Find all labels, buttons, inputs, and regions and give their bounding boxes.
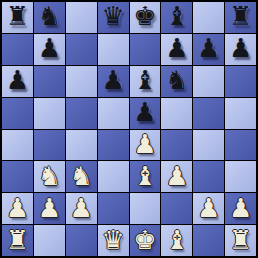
black-king: ♚: [133, 3, 156, 29]
white-pawn: ♟: [6, 195, 29, 221]
black-rook: ♜: [6, 3, 29, 29]
square-d5[interactable]: [98, 98, 129, 129]
square-b4[interactable]: [34, 130, 65, 161]
square-f6[interactable]: ♞: [161, 66, 192, 97]
black-pawn: ♟: [6, 67, 29, 93]
square-d6[interactable]: ♟: [98, 66, 129, 97]
black-pawn: ♟: [133, 99, 156, 125]
black-pawn: ♟: [38, 35, 61, 61]
black-bishop: ♝: [165, 3, 188, 29]
square-d1[interactable]: ♛: [98, 225, 129, 256]
square-h1[interactable]: ♜: [225, 225, 256, 256]
square-d3[interactable]: [98, 161, 129, 192]
square-g7[interactable]: ♟: [193, 34, 224, 65]
square-e4[interactable]: ♟: [130, 130, 161, 161]
square-a6[interactable]: ♟: [2, 66, 33, 97]
square-g2[interactable]: ♟: [193, 193, 224, 224]
white-knight: ♞: [38, 163, 61, 189]
square-f7[interactable]: ♟: [161, 34, 192, 65]
square-h4[interactable]: [225, 130, 256, 161]
square-c8[interactable]: [66, 2, 97, 33]
white-pawn: ♟: [229, 195, 252, 221]
square-f3[interactable]: ♟: [161, 161, 192, 192]
square-b2[interactable]: ♟: [34, 193, 65, 224]
square-h6[interactable]: [225, 66, 256, 97]
square-d8[interactable]: ♛: [98, 2, 129, 33]
white-bishop: ♝: [133, 163, 156, 189]
white-king: ♚: [133, 227, 156, 253]
square-g6[interactable]: [193, 66, 224, 97]
square-f1[interactable]: ♝: [161, 225, 192, 256]
white-bishop: ♝: [165, 227, 188, 253]
square-d7[interactable]: [98, 34, 129, 65]
black-knight: ♞: [165, 67, 188, 93]
square-f2[interactable]: [161, 193, 192, 224]
square-b8[interactable]: ♞: [34, 2, 65, 33]
square-b6[interactable]: [34, 66, 65, 97]
square-c6[interactable]: [66, 66, 97, 97]
square-b5[interactable]: [34, 98, 65, 129]
square-g1[interactable]: [193, 225, 224, 256]
square-f4[interactable]: [161, 130, 192, 161]
square-e1[interactable]: ♚: [130, 225, 161, 256]
square-h8[interactable]: ♜: [225, 2, 256, 33]
square-c5[interactable]: [66, 98, 97, 129]
square-b3[interactable]: ♞: [34, 161, 65, 192]
black-bishop: ♝: [133, 67, 156, 93]
square-c4[interactable]: [66, 130, 97, 161]
square-a5[interactable]: [2, 98, 33, 129]
square-a1[interactable]: ♜: [2, 225, 33, 256]
square-b1[interactable]: [34, 225, 65, 256]
black-knight: ♞: [38, 3, 61, 29]
square-h2[interactable]: ♟: [225, 193, 256, 224]
black-pawn: ♟: [197, 35, 220, 61]
square-c2[interactable]: ♟: [66, 193, 97, 224]
square-c7[interactable]: [66, 34, 97, 65]
square-b7[interactable]: ♟: [34, 34, 65, 65]
square-e7[interactable]: [130, 34, 161, 65]
square-e5[interactable]: ♟: [130, 98, 161, 129]
white-knight: ♞: [70, 163, 93, 189]
square-a2[interactable]: ♟: [2, 193, 33, 224]
square-e6[interactable]: ♝: [130, 66, 161, 97]
black-pawn: ♟: [229, 35, 252, 61]
black-rook: ♜: [229, 3, 252, 29]
black-queen: ♛: [101, 3, 124, 29]
white-queen: ♛: [101, 227, 124, 253]
white-pawn: ♟: [197, 195, 220, 221]
square-f8[interactable]: ♝: [161, 2, 192, 33]
square-h3[interactable]: [225, 161, 256, 192]
white-pawn: ♟: [133, 131, 156, 157]
square-f5[interactable]: [161, 98, 192, 129]
square-g3[interactable]: [193, 161, 224, 192]
square-g4[interactable]: [193, 130, 224, 161]
square-e8[interactable]: ♚: [130, 2, 161, 33]
square-c1[interactable]: [66, 225, 97, 256]
white-pawn: ♟: [38, 195, 61, 221]
square-e2[interactable]: [130, 193, 161, 224]
white-rook: ♜: [6, 227, 29, 253]
square-a7[interactable]: [2, 34, 33, 65]
black-pawn: ♟: [101, 67, 124, 93]
white-pawn: ♟: [70, 195, 93, 221]
black-pawn: ♟: [165, 35, 188, 61]
square-d2[interactable]: [98, 193, 129, 224]
square-h5[interactable]: [225, 98, 256, 129]
square-a3[interactable]: [2, 161, 33, 192]
square-a4[interactable]: [2, 130, 33, 161]
square-d4[interactable]: [98, 130, 129, 161]
white-pawn: ♟: [165, 163, 188, 189]
square-c3[interactable]: ♞: [66, 161, 97, 192]
square-e3[interactable]: ♝: [130, 161, 161, 192]
square-h7[interactable]: ♟: [225, 34, 256, 65]
square-a8[interactable]: ♜: [2, 2, 33, 33]
square-g5[interactable]: [193, 98, 224, 129]
square-g8[interactable]: [193, 2, 224, 33]
white-rook: ♜: [229, 227, 252, 253]
chess-board: ♜♞♛♚♝♜♟♟♟♟♟♟♝♞♟♟♞♞♝♟♟♟♟♟♟♜♛♚♝♜: [0, 0, 258, 258]
